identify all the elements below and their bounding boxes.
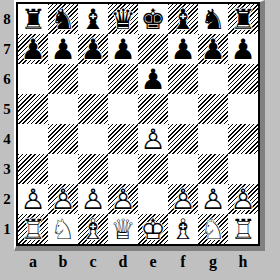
piece-white-pawn[interactable]: ♟♙: [228, 184, 258, 214]
square-b5[interactable]: [48, 94, 78, 124]
square-e3[interactable]: [138, 154, 168, 184]
piece-white-rook[interactable]: ♜♖: [18, 214, 48, 244]
file-label-c: c: [78, 252, 108, 272]
square-d7[interactable]: ♟♟: [108, 34, 138, 64]
piece-black-pawn[interactable]: ♟♟: [18, 34, 48, 64]
square-e5[interactable]: [138, 94, 168, 124]
square-b8[interactable]: ♞♞: [48, 4, 78, 34]
square-g6[interactable]: [198, 64, 228, 94]
square-h7[interactable]: ♟♟: [228, 34, 258, 64]
square-d4[interactable]: [108, 124, 138, 154]
piece-glyph-layer: ♟: [228, 34, 258, 64]
rank-label-3: 3: [0, 154, 14, 184]
piece-glyph-layer: ♟: [48, 34, 78, 64]
board-frame: ♜♜♞♞♝♝♛♛♚♚♝♝♞♞♜♜♟♟♟♟♟♟♟♟♟♟♟♟♟♟♟♟♟♙♟♙♟♙♟♙…: [16, 2, 260, 246]
piece-glyph-layer: ♖: [18, 214, 48, 244]
piece-black-pawn[interactable]: ♟♟: [168, 34, 198, 64]
board-panel: ♜♜♞♞♝♝♛♛♚♚♝♝♞♞♜♜♟♟♟♟♟♟♟♟♟♟♟♟♟♟♟♟♟♙♟♙♟♙♟♙…: [14, 0, 265, 251]
piece-glyph-layer: ♕: [108, 214, 138, 244]
piece-glyph-layer: ♜: [228, 4, 258, 34]
square-h1[interactable]: ♜♖: [228, 214, 258, 244]
square-g4[interactable]: [198, 124, 228, 154]
square-g1[interactable]: ♞♘: [198, 214, 228, 244]
piece-white-pawn[interactable]: ♟♙: [78, 184, 108, 214]
square-c6[interactable]: [78, 64, 108, 94]
square-e2[interactable]: [138, 184, 168, 214]
piece-black-pawn[interactable]: ♟♟: [108, 34, 138, 64]
piece-white-knight[interactable]: ♞♘: [198, 214, 228, 244]
piece-glyph-layer: ♜: [18, 4, 48, 34]
square-b3[interactable]: [48, 154, 78, 184]
square-f5[interactable]: [168, 94, 198, 124]
square-h8[interactable]: ♜♜: [228, 4, 258, 34]
rank-labels: 87654321: [0, 4, 14, 244]
file-label-b: b: [48, 252, 78, 272]
piece-black-bishop[interactable]: ♝♝: [78, 4, 108, 34]
square-c4[interactable]: [78, 124, 108, 154]
piece-white-pawn[interactable]: ♟♙: [108, 184, 138, 214]
square-d3[interactable]: [108, 154, 138, 184]
piece-black-pawn[interactable]: ♟♟: [228, 34, 258, 64]
square-c8[interactable]: ♝♝: [78, 4, 108, 34]
square-f1[interactable]: ♝♗: [168, 214, 198, 244]
square-a2[interactable]: ♟♙: [18, 184, 48, 214]
piece-white-knight[interactable]: ♞♘: [48, 214, 78, 244]
square-g2[interactable]: ♟♙: [198, 184, 228, 214]
piece-black-queen[interactable]: ♛♛: [108, 4, 138, 34]
piece-white-pawn[interactable]: ♟♙: [168, 184, 198, 214]
square-f4[interactable]: [168, 124, 198, 154]
piece-glyph-layer: ♗: [78, 214, 108, 244]
square-b2[interactable]: ♟♙: [48, 184, 78, 214]
square-b7[interactable]: ♟♟: [48, 34, 78, 64]
square-a8[interactable]: ♜♜: [18, 4, 48, 34]
square-h2[interactable]: ♟♙: [228, 184, 258, 214]
piece-glyph-layer: ♞: [48, 4, 78, 34]
file-label-d: d: [108, 252, 138, 272]
square-a7[interactable]: ♟♟: [18, 34, 48, 64]
square-g5[interactable]: [198, 94, 228, 124]
piece-glyph-layer: ♙: [138, 124, 168, 154]
piece-black-knight[interactable]: ♞♞: [198, 4, 228, 34]
square-g7[interactable]: ♟♟: [198, 34, 228, 64]
chess-diagram: 87654321 ♜♜♞♞♝♝♛♛♚♚♝♝♞♞♜♜♟♟♟♟♟♟♟♟♟♟♟♟♟♟♟…: [0, 0, 280, 280]
square-c1[interactable]: ♝♗: [78, 214, 108, 244]
square-c2[interactable]: ♟♙: [78, 184, 108, 214]
square-g3[interactable]: [198, 154, 228, 184]
piece-glyph-layer: ♟: [138, 64, 168, 94]
square-a3[interactable]: [18, 154, 48, 184]
square-f3[interactable]: [168, 154, 198, 184]
rank-label-7: 7: [0, 34, 14, 64]
piece-white-rook[interactable]: ♜♖: [228, 214, 258, 244]
piece-glyph-layer: ♟: [198, 34, 228, 64]
file-label-g: g: [198, 252, 228, 272]
piece-glyph-layer: ♚: [138, 4, 168, 34]
square-e4[interactable]: ♟♙: [138, 124, 168, 154]
piece-white-pawn[interactable]: ♟♙: [48, 184, 78, 214]
square-d2[interactable]: ♟♙: [108, 184, 138, 214]
piece-black-rook[interactable]: ♜♜: [18, 4, 48, 34]
piece-black-king[interactable]: ♚♚: [138, 4, 168, 34]
square-a1[interactable]: ♜♖: [18, 214, 48, 244]
square-f2[interactable]: ♟♙: [168, 184, 198, 214]
rank-label-2: 2: [0, 184, 14, 214]
piece-white-bishop[interactable]: ♝♗: [168, 214, 198, 244]
piece-white-king[interactable]: ♚♔: [138, 214, 168, 244]
square-g8[interactable]: ♞♞: [198, 4, 228, 34]
piece-glyph-layer: ♟: [168, 34, 198, 64]
piece-black-pawn[interactable]: ♟♟: [138, 64, 168, 94]
piece-glyph-layer: ♔: [138, 214, 168, 244]
piece-white-queen[interactable]: ♛♕: [108, 214, 138, 244]
piece-white-bishop[interactable]: ♝♗: [78, 214, 108, 244]
piece-glyph-layer: ♟: [18, 34, 48, 64]
file-label-e: e: [138, 252, 168, 272]
square-e6[interactable]: ♟♟: [138, 64, 168, 94]
file-labels: abcdefgh: [18, 252, 258, 272]
piece-black-pawn[interactable]: ♟♟: [78, 34, 108, 64]
piece-glyph-layer: ♟: [108, 34, 138, 64]
piece-black-bishop[interactable]: ♝♝: [168, 4, 198, 34]
piece-glyph-layer: ♝: [78, 4, 108, 34]
piece-glyph-layer: ♙: [78, 184, 108, 214]
rank-label-8: 8: [0, 4, 14, 34]
square-c3[interactable]: [78, 154, 108, 184]
square-f6[interactable]: [168, 64, 198, 94]
piece-glyph-layer: ♙: [168, 184, 198, 214]
piece-glyph-layer: ♝: [168, 4, 198, 34]
piece-glyph-layer: ♗: [168, 214, 198, 244]
square-h4[interactable]: [228, 124, 258, 154]
rank-label-4: 4: [0, 124, 14, 154]
piece-glyph-layer: ♘: [198, 214, 228, 244]
chess-board: ♜♜♞♞♝♝♛♛♚♚♝♝♞♞♜♜♟♟♟♟♟♟♟♟♟♟♟♟♟♟♟♟♟♙♟♙♟♙♟♙…: [18, 4, 258, 244]
square-h5[interactable]: [228, 94, 258, 124]
piece-white-pawn[interactable]: ♟♙: [198, 184, 228, 214]
piece-white-pawn[interactable]: ♟♙: [18, 184, 48, 214]
square-d5[interactable]: [108, 94, 138, 124]
rank-label-1: 1: [0, 214, 14, 244]
piece-glyph-layer: ♙: [18, 184, 48, 214]
piece-glyph-layer: ♛: [108, 4, 138, 34]
piece-glyph-layer: ♙: [198, 184, 228, 214]
piece-glyph-layer: ♙: [48, 184, 78, 214]
square-b1[interactable]: ♞♘: [48, 214, 78, 244]
square-a6[interactable]: [18, 64, 48, 94]
square-c5[interactable]: [78, 94, 108, 124]
rank-label-5: 5: [0, 94, 14, 124]
piece-black-knight[interactable]: ♞♞: [48, 4, 78, 34]
piece-glyph-layer: ♖: [228, 214, 258, 244]
square-h6[interactable]: [228, 64, 258, 94]
rank-label-6: 6: [0, 64, 14, 94]
square-f7[interactable]: ♟♟: [168, 34, 198, 64]
square-a5[interactable]: [18, 94, 48, 124]
file-label-h: h: [228, 252, 258, 272]
square-h3[interactable]: [228, 154, 258, 184]
piece-black-pawn[interactable]: ♟♟: [198, 34, 228, 64]
square-f8[interactable]: ♝♝: [168, 4, 198, 34]
square-e8[interactable]: ♚♚: [138, 4, 168, 34]
piece-glyph-layer: ♞: [198, 4, 228, 34]
square-b6[interactable]: [48, 64, 78, 94]
piece-black-pawn[interactable]: ♟♟: [48, 34, 78, 64]
square-d6[interactable]: [108, 64, 138, 94]
piece-black-rook[interactable]: ♜♜: [228, 4, 258, 34]
square-b4[interactable]: [48, 124, 78, 154]
file-label-a: a: [18, 252, 48, 272]
square-c7[interactable]: ♟♟: [78, 34, 108, 64]
square-a4[interactable]: [18, 124, 48, 154]
piece-glyph-layer: ♙: [108, 184, 138, 214]
square-d8[interactable]: ♛♛: [108, 4, 138, 34]
square-e1[interactable]: ♚♔: [138, 214, 168, 244]
piece-glyph-layer: ♙: [228, 184, 258, 214]
file-label-f: f: [168, 252, 198, 272]
square-e7[interactable]: [138, 34, 168, 64]
piece-glyph-layer: ♟: [78, 34, 108, 64]
piece-white-pawn[interactable]: ♟♙: [138, 124, 168, 154]
piece-glyph-layer: ♘: [48, 214, 78, 244]
square-d1[interactable]: ♛♕: [108, 214, 138, 244]
